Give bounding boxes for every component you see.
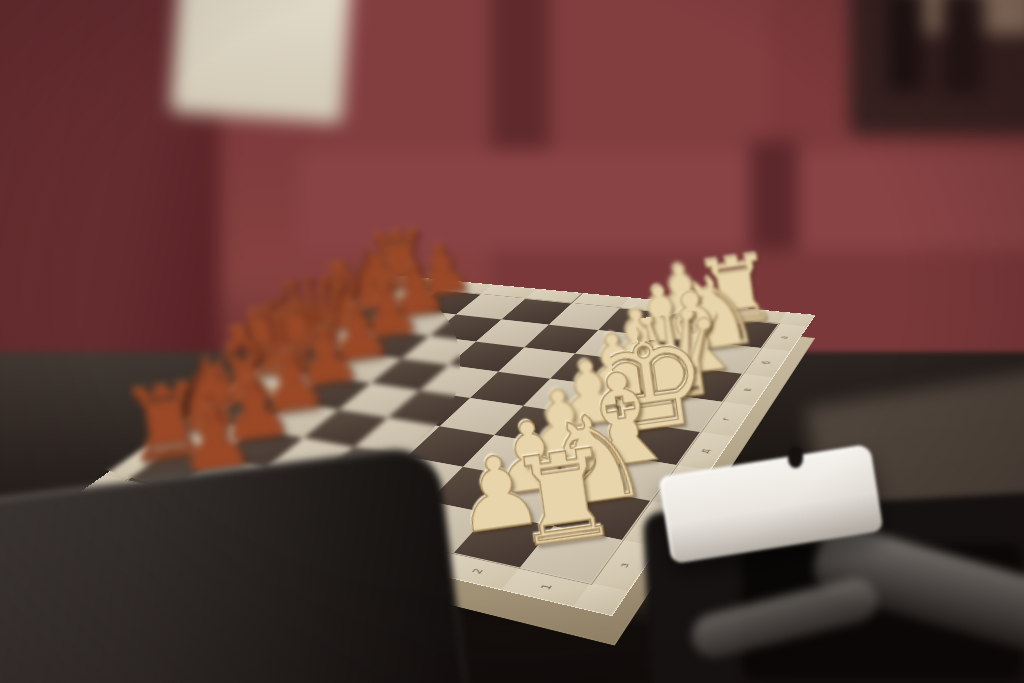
rank-label: 1	[538, 582, 555, 590]
file-label: д	[697, 448, 712, 454]
white-pawn: ♟	[625, 259, 695, 355]
menu-card	[170, 0, 352, 124]
square-b3	[575, 330, 650, 360]
board-border	[572, 293, 631, 308]
file-label: г	[720, 417, 734, 421]
square-b2: ♟	[628, 336, 704, 367]
board-border	[620, 298, 680, 313]
square-a3	[598, 308, 670, 336]
square-a6	[456, 294, 525, 319]
file-label: з	[617, 561, 633, 568]
board-border	[481, 285, 537, 299]
square-d4	[470, 372, 550, 406]
bottle-silhouette	[888, 0, 924, 92]
board-border	[438, 281, 492, 295]
small-black-object	[788, 446, 803, 468]
white-pawn: ♟	[647, 238, 714, 331]
white-queen: ♛	[635, 310, 712, 417]
square-c4	[498, 347, 575, 378]
square-d3	[523, 379, 604, 414]
file-label: б	[760, 360, 773, 364]
file-label: в	[741, 387, 754, 391]
photo-scene: ♜♟♟♜а♞♟♟♞б♝♟♟♝в♛♟♟♛г♚♟♟♚д♝♟♟♝е♞♟♟♞ж♜♟♟♜з…	[0, 0, 1024, 683]
board-border	[670, 303, 732, 319]
square-b5	[476, 320, 549, 348]
file-label: а	[778, 335, 790, 339]
white-pawn: ♟	[602, 281, 675, 381]
board-border	[525, 289, 582, 303]
square-a2: ♟	[650, 313, 723, 342]
square-a4	[549, 303, 620, 330]
rank-label: 2	[469, 567, 485, 574]
square-b4	[524, 325, 598, 354]
bottle-silhouette	[942, 0, 984, 94]
square-a5	[501, 299, 571, 325]
